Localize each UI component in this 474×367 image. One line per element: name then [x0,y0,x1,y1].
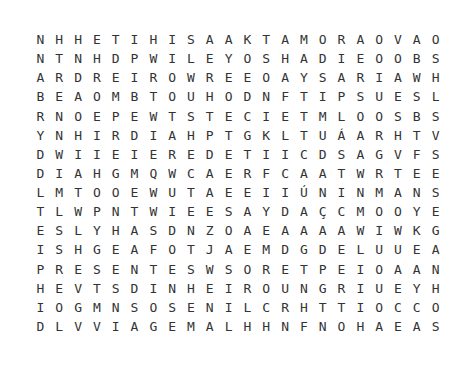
grid-cell-r14c12[interactable]: R [238,279,257,298]
grid-cell-r3c6[interactable]: I [125,68,144,87]
grid-cell-r10c6[interactable]: T [125,202,144,221]
grid-cell-r3c22[interactable]: H [426,68,445,87]
grid-cell-r7c8[interactable]: R [163,145,182,164]
grid-cell-r16c14[interactable]: N [276,317,295,336]
grid-cell-r1c8[interactable]: I [163,30,182,49]
grid-cell-r7c3[interactable]: I [69,145,88,164]
grid-cell-r8c21[interactable]: E [407,164,426,183]
grid-cell-r16c22[interactable]: S [426,317,445,336]
grid-cell-r4c4[interactable]: O [87,87,106,106]
grid-cell-r8c1[interactable]: D [31,164,50,183]
grid-cell-r8c3[interactable]: A [69,164,88,183]
grid-cell-r3c13[interactable]: O [257,68,276,87]
grid-cell-r8c17[interactable]: T [332,164,351,183]
grid-cell-r1c11[interactable]: A [219,30,238,49]
grid-cell-r4c16[interactable]: I [313,87,332,106]
grid-cell-r14c1[interactable]: H [31,279,50,298]
grid-cell-r1c17[interactable]: R [332,30,351,49]
grid-cell-r11c20[interactable]: W [389,221,408,240]
grid-cell-r15c8[interactable]: S [163,298,182,317]
grid-cell-r3c12[interactable]: E [238,68,257,87]
grid-cell-r2c5[interactable]: D [106,49,125,68]
grid-cell-r4c11[interactable]: O [219,87,238,106]
grid-cell-r15c21[interactable]: C [407,298,426,317]
grid-cell-r8c11[interactable]: E [219,164,238,183]
grid-cell-r9c4[interactable]: O [87,183,106,202]
grid-cell-r16c8[interactable]: E [163,317,182,336]
grid-cell-r7c11[interactable]: E [219,145,238,164]
grid-cell-r12c16[interactable]: D [313,240,332,259]
grid-cell-r9c6[interactable]: E [125,183,144,202]
grid-cell-r1c16[interactable]: O [313,30,332,49]
grid-cell-r8c12[interactable]: R [238,164,257,183]
grid-cell-r13c12[interactable]: O [238,260,257,279]
grid-cell-r6c18[interactable]: A [351,126,370,145]
grid-cell-r2c19[interactable]: O [370,49,389,68]
grid-cell-r14c10[interactable]: E [200,279,219,298]
grid-cell-r10c12[interactable]: A [238,202,257,221]
grid-cell-r12c10[interactable]: J [200,240,219,259]
grid-cell-r15c12[interactable]: L [238,298,257,317]
grid-cell-r1c6[interactable]: I [125,30,144,49]
grid-cell-r12c12[interactable]: E [238,240,257,259]
grid-cell-r10c7[interactable]: W [144,202,163,221]
grid-cell-r4c14[interactable]: F [276,87,295,106]
grid-cell-r3c5[interactable]: E [106,68,125,87]
grid-cell-r3c15[interactable]: Y [294,68,313,87]
grid-cell-r11c16[interactable]: A [313,221,332,240]
grid-cell-r12c6[interactable]: A [125,240,144,259]
grid-cell-r14c3[interactable]: V [69,279,88,298]
grid-cell-r15c19[interactable]: O [370,298,389,317]
grid-cell-r5c3[interactable]: O [69,107,88,126]
grid-cell-r15c9[interactable]: E [182,298,201,317]
grid-cell-r6c10[interactable]: P [200,126,219,145]
grid-cell-r11c7[interactable]: S [144,221,163,240]
grid-cell-r16c18[interactable]: H [351,317,370,336]
grid-cell-r11c21[interactable]: K [407,221,426,240]
grid-cell-r10c8[interactable]: I [163,202,182,221]
grid-cell-r2c2[interactable]: T [50,49,69,68]
grid-cell-r7c20[interactable]: V [389,145,408,164]
grid-cell-r9c7[interactable]: W [144,183,163,202]
grid-cell-r12c3[interactable]: H [69,240,88,259]
grid-cell-r14c8[interactable]: N [163,279,182,298]
grid-cell-r10c14[interactable]: D [276,202,295,221]
grid-cell-r7c19[interactable]: G [370,145,389,164]
grid-cell-r3c19[interactable]: I [370,68,389,87]
grid-cell-r9c2[interactable]: M [50,183,69,202]
grid-cell-r14c20[interactable]: E [389,279,408,298]
grid-cell-r8c18[interactable]: W [351,164,370,183]
grid-cell-r15c10[interactable]: N [200,298,219,317]
grid-cell-r8c19[interactable]: R [370,164,389,183]
grid-cell-r7c1[interactable]: D [31,145,50,164]
grid-cell-r13c21[interactable]: A [407,260,426,279]
grid-cell-r2c17[interactable]: I [332,49,351,68]
grid-cell-r15c7[interactable]: O [144,298,163,317]
grid-cell-r2c14[interactable]: H [276,49,295,68]
grid-cell-r9c10[interactable]: A [200,183,219,202]
grid-cell-r10c18[interactable]: M [351,202,370,221]
grid-cell-r8c7[interactable]: Q [144,164,163,183]
grid-cell-r13c22[interactable]: N [426,260,445,279]
grid-cell-r11c12[interactable]: A [238,221,257,240]
grid-cell-r13c8[interactable]: E [163,260,182,279]
grid-cell-r12c14[interactable]: D [276,240,295,259]
grid-cell-r12c13[interactable]: M [257,240,276,259]
grid-cell-r13c6[interactable]: N [125,260,144,279]
grid-cell-r4c1[interactable]: B [31,87,50,106]
grid-cell-r6c7[interactable]: I [144,126,163,145]
grid-cell-r6c3[interactable]: H [69,126,88,145]
grid-cell-r6c4[interactable]: I [87,126,106,145]
grid-cell-r11c19[interactable]: I [370,221,389,240]
grid-cell-r11c4[interactable]: Y [87,221,106,240]
grid-cell-r11c2[interactable]: S [50,221,69,240]
grid-cell-r13c1[interactable]: P [31,260,50,279]
grid-cell-r9c14[interactable]: I [276,183,295,202]
grid-cell-r9c22[interactable]: S [426,183,445,202]
grid-cell-r15c1[interactable]: I [31,298,50,317]
grid-cell-r16c20[interactable]: E [389,317,408,336]
grid-cell-r1c14[interactable]: A [276,30,295,49]
grid-cell-r6c6[interactable]: D [125,126,144,145]
grid-cell-r5c2[interactable]: N [50,107,69,126]
grid-cell-r2c10[interactable]: E [200,49,219,68]
grid-cell-r4c15[interactable]: T [294,87,313,106]
grid-cell-r5c21[interactable]: B [407,107,426,126]
grid-cell-r16c15[interactable]: F [294,317,313,336]
grid-cell-r12c8[interactable]: O [163,240,182,259]
grid-cell-r9c16[interactable]: N [313,183,332,202]
grid-cell-r13c7[interactable]: T [144,260,163,279]
grid-cell-r16c16[interactable]: N [313,317,332,336]
grid-cell-r10c11[interactable]: S [219,202,238,221]
grid-cell-r10c3[interactable]: W [69,202,88,221]
grid-cell-r5c11[interactable]: E [219,107,238,126]
grid-cell-r1c20[interactable]: V [389,30,408,49]
grid-cell-r3c11[interactable]: E [219,68,238,87]
grid-cell-r10c10[interactable]: E [200,202,219,221]
grid-cell-r14c5[interactable]: S [106,279,125,298]
grid-cell-r4c8[interactable]: O [163,87,182,106]
grid-cell-r12c2[interactable]: S [50,240,69,259]
grid-cell-r16c2[interactable]: L [50,317,69,336]
grid-cell-r7c6[interactable]: I [125,145,144,164]
grid-cell-r1c18[interactable]: A [351,30,370,49]
grid-cell-r14c19[interactable]: U [370,279,389,298]
grid-cell-r4c2[interactable]: E [50,87,69,106]
grid-cell-r4c13[interactable]: N [257,87,276,106]
grid-cell-r5c15[interactable]: T [294,107,313,126]
grid-cell-r14c21[interactable]: Y [407,279,426,298]
grid-cell-r12c18[interactable]: L [351,240,370,259]
grid-cell-r11c18[interactable]: W [351,221,370,240]
grid-cell-r2c20[interactable]: O [389,49,408,68]
grid-cell-r4c5[interactable]: M [106,87,125,106]
grid-cell-r11c5[interactable]: H [106,221,125,240]
grid-cell-r7c12[interactable]: T [238,145,257,164]
grid-cell-r3c4[interactable]: R [87,68,106,87]
grid-cell-r16c17[interactable]: O [332,317,351,336]
grid-cell-r5c10[interactable]: T [200,107,219,126]
grid-cell-r3c21[interactable]: W [407,68,426,87]
grid-cell-r15c14[interactable]: R [276,298,295,317]
grid-cell-r7c21[interactable]: F [407,145,426,164]
grid-cell-r13c10[interactable]: W [200,260,219,279]
grid-cell-r10c4[interactable]: P [87,202,106,221]
grid-cell-r4c9[interactable]: U [182,87,201,106]
grid-cell-r15c2[interactable]: O [50,298,69,317]
grid-cell-r11c6[interactable]: A [125,221,144,240]
grid-cell-r3c10[interactable]: R [200,68,219,87]
grid-cell-r16c12[interactable]: H [238,317,257,336]
grid-cell-r10c13[interactable]: Y [257,202,276,221]
grid-cell-r14c2[interactable]: E [50,279,69,298]
grid-cell-r2c22[interactable]: S [426,49,445,68]
grid-cell-r2c18[interactable]: E [351,49,370,68]
grid-cell-r1c3[interactable]: H [69,30,88,49]
grid-cell-r8c4[interactable]: H [87,164,106,183]
grid-cell-r9c12[interactable]: E [238,183,257,202]
grid-cell-r5c5[interactable]: P [106,107,125,126]
grid-cell-r1c19[interactable]: O [370,30,389,49]
grid-cell-r7c14[interactable]: I [276,145,295,164]
grid-cell-r13c14[interactable]: E [276,260,295,279]
grid-cell-r2c4[interactable]: H [87,49,106,68]
grid-cell-r4c22[interactable]: L [426,87,445,106]
grid-cell-r14c14[interactable]: U [276,279,295,298]
grid-cell-r5c12[interactable]: C [238,107,257,126]
grid-cell-r13c4[interactable]: S [87,260,106,279]
grid-cell-r7c7[interactable]: E [144,145,163,164]
grid-cell-r4c17[interactable]: P [332,87,351,106]
grid-cell-r6c12[interactable]: G [238,126,257,145]
grid-cell-r4c7[interactable]: T [144,87,163,106]
grid-cell-r2c13[interactable]: S [257,49,276,68]
grid-cell-r7c18[interactable]: A [351,145,370,164]
grid-cell-r4c20[interactable]: E [389,87,408,106]
grid-cell-r1c9[interactable]: S [182,30,201,49]
grid-cell-r14c22[interactable]: H [426,279,445,298]
grid-cell-r5c19[interactable]: O [370,107,389,126]
grid-cell-r11c1[interactable]: E [31,221,50,240]
grid-cell-r9c19[interactable]: M [370,183,389,202]
grid-cell-r3c9[interactable]: W [182,68,201,87]
grid-cell-r7c15[interactable]: C [294,145,313,164]
grid-cell-r13c19[interactable]: O [370,260,389,279]
grid-cell-r12c21[interactable]: E [407,240,426,259]
grid-cell-r12c7[interactable]: F [144,240,163,259]
grid-cell-r12c9[interactable]: T [182,240,201,259]
grid-cell-r15c5[interactable]: N [106,298,125,317]
grid-cell-r6c8[interactable]: A [163,126,182,145]
grid-cell-r5c7[interactable]: W [144,107,163,126]
grid-cell-r14c16[interactable]: G [313,279,332,298]
grid-cell-r4c6[interactable]: B [125,87,144,106]
grid-cell-r7c16[interactable]: D [313,145,332,164]
grid-cell-r16c19[interactable]: A [370,317,389,336]
grid-cell-r7c10[interactable]: D [200,145,219,164]
grid-cell-r8c20[interactable]: T [389,164,408,183]
grid-cell-r1c15[interactable]: M [294,30,313,49]
grid-cell-r13c18[interactable]: I [351,260,370,279]
grid-cell-r15c20[interactable]: C [389,298,408,317]
grid-cell-r7c17[interactable]: S [332,145,351,164]
grid-cell-r3c17[interactable]: A [332,68,351,87]
grid-cell-r14c13[interactable]: O [257,279,276,298]
grid-cell-r9c15[interactable]: Ú [294,183,313,202]
grid-cell-r7c4[interactable]: I [87,145,106,164]
grid-cell-r8c13[interactable]: F [257,164,276,183]
grid-cell-r9c3[interactable]: T [69,183,88,202]
grid-cell-r5c13[interactable]: I [257,107,276,126]
grid-cell-r13c17[interactable]: E [332,260,351,279]
grid-cell-r13c2[interactable]: R [50,260,69,279]
grid-cell-r4c21[interactable]: S [407,87,426,106]
grid-cell-r10c16[interactable]: Ç [313,202,332,221]
grid-cell-r7c13[interactable]: I [257,145,276,164]
grid-cell-r16c9[interactable]: M [182,317,201,336]
grid-cell-r9c20[interactable]: A [389,183,408,202]
grid-cell-r16c7[interactable]: G [144,317,163,336]
grid-cell-r5c1[interactable]: R [31,107,50,126]
grid-cell-r8c10[interactable]: A [200,164,219,183]
grid-cell-r6c16[interactable]: U [313,126,332,145]
grid-cell-r6c2[interactable]: N [50,126,69,145]
grid-cell-r15c11[interactable]: I [219,298,238,317]
grid-cell-r16c10[interactable]: A [200,317,219,336]
grid-cell-r10c20[interactable]: O [389,202,408,221]
grid-cell-r4c3[interactable]: A [69,87,88,106]
grid-cell-r1c13[interactable]: T [257,30,276,49]
grid-cell-r4c10[interactable]: H [200,87,219,106]
grid-cell-r16c1[interactable]: D [31,317,50,336]
grid-cell-r16c21[interactable]: A [407,317,426,336]
grid-cell-r8c15[interactable]: A [294,164,313,183]
grid-cell-r12c17[interactable]: E [332,240,351,259]
grid-cell-r5c22[interactable]: S [426,107,445,126]
grid-cell-r4c12[interactable]: D [238,87,257,106]
grid-cell-r6c19[interactable]: R [370,126,389,145]
grid-cell-r12c19[interactable]: U [370,240,389,259]
grid-cell-r12c5[interactable]: E [106,240,125,259]
grid-cell-r11c11[interactable]: O [219,221,238,240]
grid-cell-r6c22[interactable]: V [426,126,445,145]
grid-cell-r14c7[interactable]: I [144,279,163,298]
grid-cell-r9c17[interactable]: I [332,183,351,202]
grid-cell-r11c10[interactable]: Z [200,221,219,240]
grid-cell-r12c20[interactable]: U [389,240,408,259]
grid-cell-r13c15[interactable]: T [294,260,313,279]
grid-cell-r11c9[interactable]: N [182,221,201,240]
grid-cell-r5c8[interactable]: T [163,107,182,126]
grid-cell-r15c18[interactable]: I [351,298,370,317]
grid-cell-r5c14[interactable]: E [276,107,295,126]
grid-cell-r13c11[interactable]: S [219,260,238,279]
grid-cell-r6c9[interactable]: H [182,126,201,145]
grid-cell-r8c6[interactable]: M [125,164,144,183]
grid-cell-r9c5[interactable]: O [106,183,125,202]
grid-cell-r10c9[interactable]: E [182,202,201,221]
grid-cell-r1c1[interactable]: N [31,30,50,49]
grid-cell-r12c22[interactable]: A [426,240,445,259]
grid-cell-r2c7[interactable]: W [144,49,163,68]
grid-cell-r2c11[interactable]: Y [219,49,238,68]
grid-cell-r1c2[interactable]: H [50,30,69,49]
grid-cell-r14c17[interactable]: R [332,279,351,298]
grid-cell-r9c1[interactable]: L [31,183,50,202]
grid-cell-r5c20[interactable]: S [389,107,408,126]
grid-cell-r15c4[interactable]: M [87,298,106,317]
grid-cell-r6c21[interactable]: T [407,126,426,145]
grid-cell-r5c4[interactable]: E [87,107,106,126]
grid-cell-r2c8[interactable]: I [163,49,182,68]
grid-cell-r3c8[interactable]: O [163,68,182,87]
grid-cell-r3c1[interactable]: A [31,68,50,87]
grid-cell-r14c15[interactable]: N [294,279,313,298]
grid-cell-r3c7[interactable]: R [144,68,163,87]
grid-cell-r6c15[interactable]: T [294,126,313,145]
grid-cell-r13c5[interactable]: E [106,260,125,279]
grid-cell-r11c22[interactable]: G [426,221,445,240]
grid-cell-r9c18[interactable]: N [351,183,370,202]
grid-cell-r16c5[interactable]: I [106,317,125,336]
grid-cell-r13c3[interactable]: E [69,260,88,279]
grid-cell-r4c18[interactable]: S [351,87,370,106]
grid-cell-r10c2[interactable]: L [50,202,69,221]
grid-cell-r2c15[interactable]: A [294,49,313,68]
grid-cell-r12c4[interactable]: G [87,240,106,259]
grid-cell-r5c16[interactable]: M [313,107,332,126]
grid-cell-r14c18[interactable]: I [351,279,370,298]
grid-cell-r13c16[interactable]: P [313,260,332,279]
grid-cell-r7c9[interactable]: E [182,145,201,164]
grid-cell-r3c3[interactable]: D [69,68,88,87]
grid-cell-r14c6[interactable]: D [125,279,144,298]
grid-cell-r9c8[interactable]: U [163,183,182,202]
grid-cell-r3c16[interactable]: S [313,68,332,87]
grid-cell-r15c15[interactable]: H [294,298,313,317]
grid-cell-r8c14[interactable]: C [276,164,295,183]
grid-cell-r7c22[interactable]: S [426,145,445,164]
grid-cell-r6c14[interactable]: L [276,126,295,145]
grid-cell-r13c9[interactable]: S [182,260,201,279]
grid-cell-r9c9[interactable]: T [182,183,201,202]
grid-cell-r9c21[interactable]: N [407,183,426,202]
grid-cell-r15c17[interactable]: T [332,298,351,317]
grid-cell-r8c22[interactable]: E [426,164,445,183]
grid-cell-r11c13[interactable]: E [257,221,276,240]
grid-cell-r1c4[interactable]: E [87,30,106,49]
grid-cell-r10c1[interactable]: T [31,202,50,221]
grid-cell-r16c4[interactable]: V [87,317,106,336]
grid-cell-r11c8[interactable]: D [163,221,182,240]
grid-cell-r6c1[interactable]: Y [31,126,50,145]
grid-cell-r2c9[interactable]: L [182,49,201,68]
grid-cell-r16c3[interactable]: V [69,317,88,336]
grid-cell-r9c13[interactable]: I [257,183,276,202]
grid-cell-r2c12[interactable]: O [238,49,257,68]
grid-cell-r9c11[interactable]: E [219,183,238,202]
grid-cell-r1c7[interactable]: H [144,30,163,49]
grid-cell-r2c6[interactable]: P [125,49,144,68]
grid-cell-r8c8[interactable]: W [163,164,182,183]
grid-cell-r2c1[interactable]: N [31,49,50,68]
grid-cell-r6c11[interactable]: T [219,126,238,145]
grid-cell-r1c21[interactable]: A [407,30,426,49]
